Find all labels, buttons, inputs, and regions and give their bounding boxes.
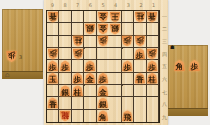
shogi-diagram: 歩 ☖ 3 987654321 一二三四五六七八九 香金王桂香銀金銀桂歩歩歩歩歩… <box>0 0 210 125</box>
piece-歩-3三[interactable]: 歩 <box>122 36 133 47</box>
piece-銀-8七[interactable]: 銀 <box>60 85 71 96</box>
file-label-3: 3 <box>122 1 135 9</box>
piece-歩-8五[interactable]: 歩 <box>60 60 71 71</box>
file-label-1: 1 <box>147 1 160 9</box>
piece-龍-8九[interactable]: 龍 <box>60 110 71 121</box>
square-1三[interactable] <box>147 36 159 48</box>
square-8一[interactable] <box>59 11 71 23</box>
square-5二[interactable]: 金 <box>97 23 109 35</box>
square-5四[interactable] <box>97 48 109 60</box>
square-8九[interactable]: 龍 <box>59 110 71 122</box>
rank-label-6: 六 <box>161 73 168 86</box>
gote-hand-歩-count: 3 <box>19 55 22 60</box>
square-1九[interactable] <box>147 110 159 122</box>
square-9七[interactable] <box>47 85 59 97</box>
gote-player-mark: ☖ <box>5 73 9 78</box>
gote-komadai: 歩 ☖ 3 <box>2 9 43 79</box>
piece-歩-2三[interactable]: 歩 <box>134 36 145 47</box>
piece-歩-5三[interactable]: 歩 <box>97 36 108 47</box>
square-9二[interactable] <box>47 23 59 35</box>
square-9五[interactable]: 歩 <box>47 60 59 72</box>
piece-香-9一[interactable]: 香 <box>47 11 58 22</box>
piece-香-2六[interactable]: 香 <box>134 73 145 84</box>
square-5九[interactable]: 角 <box>97 110 109 122</box>
square-4五[interactable] <box>109 60 121 72</box>
square-3七[interactable] <box>122 85 134 97</box>
square-4二[interactable]: 銀 <box>109 23 121 35</box>
square-1四[interactable]: 歩 <box>147 48 159 60</box>
square-4三[interactable] <box>109 36 121 48</box>
piece-歩-6五[interactable]: 歩 <box>85 60 96 71</box>
square-3四[interactable] <box>122 48 134 60</box>
rank-label-8: 八 <box>161 98 168 111</box>
square-2九[interactable] <box>134 110 146 122</box>
rank-label-4: 四 <box>161 48 168 61</box>
square-6九[interactable] <box>84 110 96 122</box>
rank-label-2: 二 <box>161 23 168 36</box>
sente-komadai-edge <box>168 108 208 116</box>
board-grid: 香金王桂香銀金銀桂歩歩歩歩歩歩歩歩歩歩歩歩玉歩金歩香桂銀桂金香銀龍角飛 <box>46 10 160 123</box>
square-6三[interactable] <box>84 36 96 48</box>
square-6七[interactable] <box>84 85 96 97</box>
square-6五[interactable]: 歩 <box>84 60 96 72</box>
square-4八[interactable] <box>109 97 121 109</box>
piece-歩-9五[interactable]: 歩 <box>47 60 58 71</box>
square-3八[interactable] <box>122 97 134 109</box>
square-3三[interactable]: 歩 <box>122 36 134 48</box>
file-labels: 987654321 <box>46 1 160 9</box>
square-7五[interactable] <box>72 60 84 72</box>
rank-label-1: 一 <box>161 10 168 23</box>
square-6一[interactable] <box>84 11 96 23</box>
file-label-2: 2 <box>135 1 148 9</box>
piece-歩-7四[interactable]: 歩 <box>72 48 83 59</box>
square-9三[interactable] <box>47 36 59 48</box>
square-8八[interactable] <box>59 97 71 109</box>
square-2七[interactable] <box>134 85 146 97</box>
square-7一[interactable] <box>72 11 84 23</box>
piece-桂-2一[interactable]: 桂 <box>134 11 145 22</box>
piece-桂-7三[interactable]: 桂 <box>72 36 83 47</box>
square-2三[interactable]: 歩 <box>134 36 146 48</box>
piece-歩-1四[interactable]: 歩 <box>147 48 158 59</box>
file-label-8: 8 <box>59 1 72 9</box>
square-8七[interactable]: 銀 <box>59 85 71 97</box>
square-7七[interactable]: 桂 <box>72 85 84 97</box>
square-5八[interactable]: 銀 <box>97 97 109 109</box>
sente-komadai: ☗ 歩角 <box>168 45 208 116</box>
square-8二[interactable] <box>59 23 71 35</box>
piece-角-5九[interactable]: 角 <box>97 110 108 121</box>
piece-金-6六[interactable]: 金 <box>85 73 96 84</box>
square-1二[interactable] <box>147 23 159 35</box>
file-label-5: 5 <box>97 1 110 9</box>
file-label-6: 6 <box>84 1 97 9</box>
rank-label-9: 九 <box>161 110 168 123</box>
square-9六[interactable]: 玉 <box>47 73 59 85</box>
square-3五[interactable]: 歩 <box>122 60 134 72</box>
square-9一[interactable]: 香 <box>47 11 59 23</box>
piece-歩-5六[interactable]: 歩 <box>97 73 108 84</box>
square-4一[interactable]: 王 <box>109 11 121 23</box>
piece-銀-6二[interactable]: 銀 <box>85 23 96 34</box>
piece-玉-9六[interactable]: 玉 <box>47 73 58 84</box>
square-7九[interactable] <box>72 110 84 122</box>
sente-hand-角[interactable]: 角 <box>174 60 185 71</box>
square-2一[interactable]: 桂 <box>134 11 146 23</box>
square-4九[interactable] <box>109 110 121 122</box>
file-label-4: 4 <box>109 1 122 9</box>
square-8三[interactable] <box>59 36 71 48</box>
square-2四[interactable]: 歩 <box>134 48 146 60</box>
square-2六[interactable]: 香 <box>134 73 146 85</box>
sente-player-mark: ☗ <box>170 45 174 50</box>
square-6六[interactable]: 金 <box>84 73 96 85</box>
piece-歩-3五[interactable]: 歩 <box>122 60 133 71</box>
piece-銀-5八[interactable]: 銀 <box>97 97 108 108</box>
square-8六[interactable] <box>59 73 71 85</box>
square-6八[interactable] <box>84 97 96 109</box>
square-8五[interactable]: 歩 <box>59 60 71 72</box>
square-1七[interactable] <box>147 85 159 97</box>
square-6四[interactable] <box>84 48 96 60</box>
square-5三[interactable]: 歩 <box>97 36 109 48</box>
square-4四[interactable] <box>109 48 121 60</box>
piece-香-9八[interactable]: 香 <box>47 97 58 108</box>
square-7二[interactable] <box>72 23 84 35</box>
piece-歩-7六[interactable]: 歩 <box>72 73 83 84</box>
piece-金-5二[interactable]: 金 <box>97 23 108 34</box>
square-5六[interactable]: 歩 <box>97 73 109 85</box>
square-1八[interactable] <box>147 97 159 109</box>
piece-香-1一[interactable]: 香 <box>147 11 158 22</box>
rank-labels: 一二三四五六七八九 <box>161 10 168 123</box>
piece-飛-3九[interactable]: 飛 <box>122 110 133 121</box>
shogi-board: 987654321 一二三四五六七八九 香金王桂香銀金銀桂歩歩歩歩歩歩歩歩歩歩歩… <box>44 0 168 125</box>
piece-金-5七[interactable]: 金 <box>97 85 108 96</box>
piece-歩-1五[interactable]: 歩 <box>147 60 158 71</box>
square-6二[interactable]: 銀 <box>84 23 96 35</box>
square-9九[interactable] <box>47 110 59 122</box>
file-label-9: 9 <box>46 1 59 9</box>
piece-桂-1六[interactable]: 桂 <box>147 73 158 84</box>
square-7六[interactable]: 歩 <box>72 73 84 85</box>
square-9四[interactable]: 歩 <box>47 48 59 60</box>
square-1一[interactable]: 香 <box>147 11 159 23</box>
piece-桂-7七[interactable]: 桂 <box>72 85 83 96</box>
square-5五[interactable] <box>97 60 109 72</box>
square-7八[interactable] <box>72 97 84 109</box>
square-2八[interactable] <box>134 97 146 109</box>
square-3九[interactable]: 飛 <box>122 110 134 122</box>
gote-hand-歩[interactable]: 歩 <box>6 51 17 62</box>
square-7四[interactable]: 歩 <box>72 48 84 60</box>
square-2五[interactable] <box>134 60 146 72</box>
piece-銀-4二[interactable]: 銀 <box>109 23 120 34</box>
square-5七[interactable]: 金 <box>97 85 109 97</box>
piece-歩-9四[interactable]: 歩 <box>47 48 58 59</box>
file-label-7: 7 <box>71 1 84 9</box>
rank-label-3: 三 <box>161 35 168 48</box>
square-4六[interactable] <box>109 73 121 85</box>
square-3六[interactable] <box>122 73 134 85</box>
piece-歩-2四[interactable]: 歩 <box>134 48 145 59</box>
square-5一[interactable]: 金 <box>97 11 109 23</box>
square-2二[interactable] <box>134 23 146 35</box>
square-7三[interactable]: 桂 <box>72 36 84 48</box>
piece-金-5一[interactable]: 金 <box>97 11 108 22</box>
square-3二[interactable] <box>122 23 134 35</box>
rank-label-5: 五 <box>161 60 168 73</box>
rank-label-7: 七 <box>161 85 168 98</box>
square-3一[interactable] <box>122 11 134 23</box>
square-4七[interactable] <box>109 85 121 97</box>
square-1六[interactable]: 桂 <box>147 73 159 85</box>
square-8四[interactable] <box>59 48 71 60</box>
sente-hand-歩[interactable]: 歩 <box>189 60 200 71</box>
square-9八[interactable]: 香 <box>47 97 59 109</box>
square-1五[interactable]: 歩 <box>147 60 159 72</box>
piece-王-4一[interactable]: 王 <box>109 11 120 22</box>
